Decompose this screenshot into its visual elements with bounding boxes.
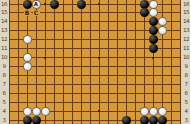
grid-line-vertical	[54, 0, 55, 124]
stone-white	[32, 107, 41, 116]
row-label-right: 15	[182, 9, 191, 16]
row-label-left: 10	[0, 54, 9, 61]
row-label-right: 4	[182, 108, 191, 115]
stone-black	[149, 116, 158, 124]
row-label-left: 9	[0, 63, 9, 70]
star-point	[152, 57, 154, 59]
point-label-c: C	[33, 10, 40, 16]
row-label-left: 8	[0, 72, 9, 79]
stone-white	[23, 53, 32, 62]
stone-white	[140, 107, 149, 116]
stone-black	[149, 35, 158, 44]
row-label-right: 16	[182, 1, 191, 8]
row-label-left: 4	[0, 108, 9, 115]
board-overlay: 1615141312111098765431615141312111098765…	[0, 0, 190, 124]
grid-line-vertical	[126, 0, 127, 124]
stone-white	[158, 17, 167, 26]
stone-white	[149, 0, 158, 9]
grid-line-vertical	[72, 0, 73, 124]
stone-black	[149, 26, 158, 35]
row-label-right: 10	[182, 54, 191, 61]
row-label-right: 11	[182, 45, 191, 52]
grid-line-vertical	[45, 0, 46, 124]
row-label-left: 15	[0, 9, 9, 16]
grid-line-vertical	[99, 0, 100, 124]
grid-line-vertical	[36, 0, 37, 124]
go-diagram: 1615141312111098765431615141312111098765…	[0, 0, 190, 124]
grid-line-vertical	[135, 0, 136, 124]
grid-line-vertical	[108, 0, 109, 124]
row-label-right: 6	[182, 90, 191, 97]
grid-line-vertical	[63, 0, 64, 124]
row-label-left: 7	[0, 81, 9, 88]
grid-line-vertical	[171, 0, 172, 124]
stone-black	[140, 8, 149, 17]
grid-line-vertical	[117, 0, 118, 124]
row-label-right: 14	[182, 18, 191, 25]
star-point	[98, 57, 100, 59]
stone-white	[41, 107, 50, 116]
row-label-left: 14	[0, 18, 9, 25]
star-point	[44, 57, 46, 59]
stone-white	[23, 62, 32, 71]
stone-black	[23, 116, 32, 124]
stone-white	[149, 107, 158, 116]
row-label-right: 13	[182, 27, 191, 34]
stone-label-a: A	[33, 1, 40, 7]
point-label-b: B	[24, 10, 31, 16]
stone-black	[149, 17, 158, 26]
star-point	[44, 3, 46, 5]
row-label-right: 12	[182, 36, 191, 43]
row-label-left: 5	[0, 99, 9, 106]
board-left-border-line	[9, 0, 10, 124]
stone-white	[158, 107, 167, 116]
stone-white	[149, 8, 158, 17]
stone-white	[23, 107, 32, 116]
row-label-left: 6	[0, 90, 9, 97]
stone-black	[140, 116, 149, 124]
row-label-left: 11	[0, 45, 9, 52]
row-label-right: 3	[182, 117, 191, 124]
row-label-left: 13	[0, 27, 9, 34]
row-label-right: 8	[182, 72, 191, 79]
row-label-left: 16	[0, 1, 9, 8]
row-label-right: 5	[182, 99, 191, 106]
grid-line-vertical	[81, 0, 82, 124]
row-label-left: 12	[0, 36, 9, 43]
stone-white	[23, 35, 32, 44]
stone-black	[32, 116, 41, 124]
stone-black	[50, 0, 59, 9]
stone-black	[23, 0, 32, 9]
stone-black	[158, 116, 167, 124]
star-point	[98, 3, 100, 5]
stone-black	[122, 116, 131, 124]
stone-black	[140, 0, 149, 9]
grid-line-vertical	[144, 0, 145, 124]
stone-black	[77, 0, 86, 9]
stone-black	[149, 44, 158, 53]
row-label-right: 7	[182, 81, 191, 88]
grid-line-vertical	[180, 0, 181, 124]
row-label-right: 9	[182, 63, 191, 70]
grid-line-vertical	[90, 0, 91, 124]
grid-line-vertical	[18, 0, 19, 124]
row-label-left: 3	[0, 117, 9, 124]
stone-white	[158, 26, 167, 35]
